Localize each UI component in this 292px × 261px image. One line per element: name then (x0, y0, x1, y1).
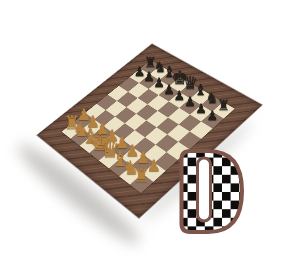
chess-set-product-photo: ♜♞♝♚♛♝♞♜♟♟♟♟♟♟♟♟♟♟♟♟♟♟♟♟♜♞♝♚♛♝♞♜ D (0, 0, 292, 261)
letter-d-counter (198, 158, 211, 221)
checkered-letter-d-logo: D (179, 149, 244, 234)
